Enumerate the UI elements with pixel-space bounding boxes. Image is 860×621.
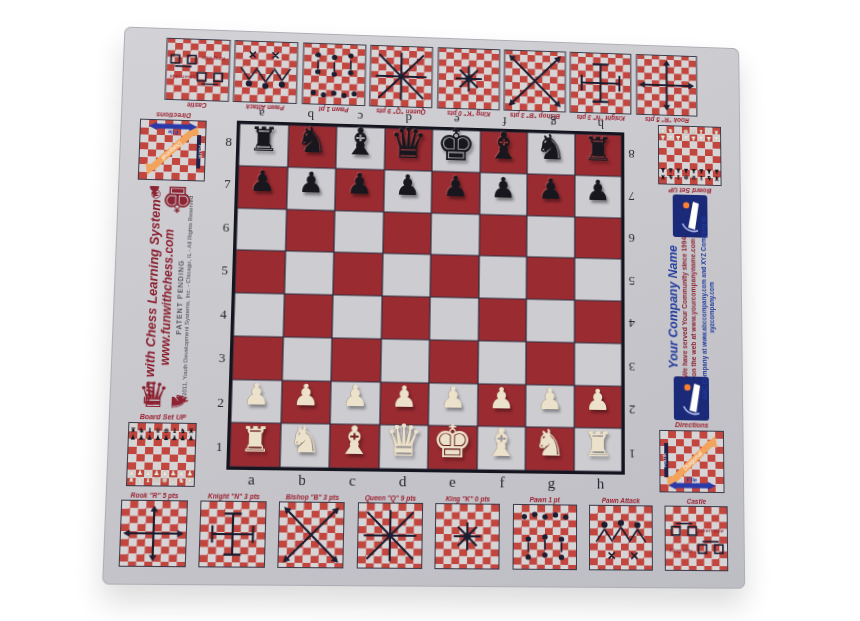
chess-learning-board: CastleQueen sideKing sidePawn AttackPawn… xyxy=(102,27,745,589)
right-border: Board Set UP ♜♞♝♛♚♝♞♜♟♟♟♟♟♟♟♟♟♟♟♟♟♟♟♟♜♞♝… xyxy=(643,124,739,493)
white-king-piece[interactable]: ♚ xyxy=(432,419,473,465)
board-setup-diagram: ♜♞♝♛♚♝♞♜♟♟♟♟♟♟♟♟♟♟♟♟♟♟♟♟♜♞♝♛♚♝♞♜ xyxy=(658,125,722,186)
panel-label: Knight "N" 3 pts xyxy=(208,491,260,501)
black-bishop-piece[interactable]: ♝ xyxy=(343,123,378,161)
black-pawn-piece[interactable]: ♟ xyxy=(395,171,421,200)
file-label-h: h xyxy=(576,474,625,494)
file-label-b: b xyxy=(277,470,328,490)
black-pawn-piece[interactable]: ♟ xyxy=(490,173,516,202)
panel-movement-diagram xyxy=(198,501,266,568)
square-b3[interactable] xyxy=(282,337,332,381)
square-h8[interactable]: ♜ xyxy=(574,134,621,176)
panel-label: King "K" 0 pts xyxy=(446,494,491,504)
svg-text:Queen side: Queen side xyxy=(696,527,725,533)
panel-movement-diagram xyxy=(570,52,632,115)
panel-bishop-moves-bottom: Bishop "B" 3 pts xyxy=(273,492,351,582)
square-h5[interactable] xyxy=(574,258,622,301)
bottom-panel-strip: Rook "R" 5 ptsKnight "N" 3 ptsBishop "B"… xyxy=(113,490,734,584)
square-b4[interactable] xyxy=(283,294,333,338)
square-h2[interactable]: ♟ xyxy=(574,385,622,429)
play-area: abcdefgh 87654321 ♜♞♝♛♚♝♞♜♟♟♟♟♟♟♟♟♟♟♟♟♟♟… xyxy=(210,106,640,495)
file-label-e: e xyxy=(427,472,477,492)
svg-text:King side: King side xyxy=(202,55,225,62)
panel-label: Castle xyxy=(687,497,706,506)
square-h3[interactable] xyxy=(574,342,622,385)
panel-movement-diagram xyxy=(636,54,697,117)
square-e6[interactable] xyxy=(431,213,479,256)
square-d5[interactable] xyxy=(382,254,431,297)
rank-label-4: 4 xyxy=(625,301,640,344)
panel-label: Bishop "B" 3 pts xyxy=(286,492,339,502)
svg-text:Rank: Rank xyxy=(197,145,204,159)
rank-labels-right: 87654321 xyxy=(624,132,639,474)
rank-label-7: 7 xyxy=(624,174,639,216)
panel-movement-diagram xyxy=(302,42,367,106)
panel-movement-diagram xyxy=(512,504,577,570)
file-label-f: f xyxy=(477,473,527,493)
panel-movement-diagram xyxy=(234,40,299,104)
directions-label: Directions xyxy=(675,420,709,431)
square-e8[interactable]: ♚ xyxy=(432,130,480,173)
square-h7[interactable]: ♟ xyxy=(574,175,621,218)
rank-label-3: 3 xyxy=(214,336,231,380)
photo-background: CastleQueen sideKing sidePawn AttackPawn… xyxy=(0,0,860,621)
square-d4[interactable] xyxy=(381,296,430,340)
rank-label-5: 5 xyxy=(216,249,233,293)
square-c8[interactable]: ♝ xyxy=(336,127,385,170)
rank-label-1: 1 xyxy=(625,431,640,475)
square-a2[interactable]: ♟ xyxy=(231,379,282,423)
white-bishop-piece[interactable]: ♝ xyxy=(484,423,518,462)
square-f4[interactable] xyxy=(478,298,526,341)
square-b5[interactable] xyxy=(284,251,334,295)
white-pawn-piece[interactable]: ♟ xyxy=(440,384,466,414)
black-pawn-piece[interactable]: ♟ xyxy=(346,169,372,198)
black-queen-piece[interactable]: ♛ xyxy=(389,122,428,165)
black-pawn-piece[interactable]: ♟ xyxy=(585,176,610,205)
square-b8[interactable]: ♞ xyxy=(287,125,336,168)
left-border: DiagonalFileRank Directions ♚♟ Fun with … xyxy=(111,108,221,487)
chess-board-grid: ♜♞♝♛♚♝♞♜♟♟♟♟♟♟♟♟♟♟♟♟♟♟♟♟♜♞♝♛♚♝♞♜ xyxy=(226,121,625,475)
square-g4[interactable] xyxy=(526,299,574,342)
square-d8[interactable]: ♛ xyxy=(384,128,433,171)
panel-label: Rook "R" 5 pts xyxy=(130,490,178,500)
white-knight-piece[interactable]: ♞ xyxy=(533,425,565,462)
rank-label-2: 2 xyxy=(212,380,229,425)
file-label-g: g xyxy=(527,473,576,493)
file-labels-bottom: abcdefgh xyxy=(226,470,625,494)
panel-movement-diagram xyxy=(356,502,422,569)
square-e4[interactable] xyxy=(430,297,479,341)
rank-label-8: 8 xyxy=(221,120,237,163)
square-f1[interactable]: ♝ xyxy=(477,426,526,470)
square-c7[interactable]: ♟ xyxy=(335,168,384,211)
square-e7[interactable]: ♟ xyxy=(431,171,479,214)
square-f3[interactable] xyxy=(477,341,526,385)
square-f5[interactable] xyxy=(478,256,526,299)
square-h1[interactable]: ♜ xyxy=(574,428,622,472)
company-tagline: on the web at www.yourcompanyname.com xyxy=(688,195,698,421)
square-c1[interactable]: ♝ xyxy=(329,424,379,468)
company-partners: ABC Company at www.abccompany.com and XY… xyxy=(699,195,716,421)
svg-text:Rank: Rank xyxy=(661,453,667,467)
panel-castle-top: CastleQueen sideKing side xyxy=(164,33,232,111)
square-b7[interactable]: ♟ xyxy=(286,167,336,210)
board-setup-left: Board Set UP ♜♞♝♛♚♝♞♜♟♟♟♟♟♟♟♟♟♟♟♟♟♟♟♟♜♞♝… xyxy=(126,412,197,487)
square-d1[interactable]: ♛ xyxy=(379,425,429,469)
knight-silhouette-icon: ♞ xyxy=(167,391,190,412)
panel-king-moves-top: King "K" 0 pts xyxy=(436,42,501,119)
panel-queen-moves-bottom: Queen "Q" 9 pts xyxy=(351,493,427,583)
panel-rook-moves-bottom: Rook "R" 5 pts xyxy=(113,490,193,581)
file-label-c: c xyxy=(327,471,378,491)
black-rook-piece[interactable]: ♜ xyxy=(248,122,279,156)
square-a1[interactable]: ♜ xyxy=(229,423,280,468)
panel-castle-bottom: CastleQueen sideKing side xyxy=(660,496,733,584)
panel-king-moves-bottom: King "K" 0 pts xyxy=(430,494,505,583)
panel-movement-diagram xyxy=(437,47,500,110)
black-pawn-piece[interactable]: ♟ xyxy=(443,172,469,201)
panel-label: Rook "R" 5 pts xyxy=(645,115,689,125)
square-g5[interactable] xyxy=(526,257,574,300)
black-knight-piece[interactable]: ♞ xyxy=(296,123,329,159)
panel-rook-moves-top: Rook "R" 5 pts xyxy=(635,49,698,125)
black-pawn-piece[interactable]: ♟ xyxy=(249,167,276,196)
black-pawn-piece[interactable]: ♟ xyxy=(538,175,563,204)
setup-row: ♟♟♟♟♟♟♟♟ xyxy=(659,166,720,174)
panel-knight-moves-bottom: Knight "N" 3 pts xyxy=(193,491,272,581)
panel-pawn-attack-top: Pawn Attack xyxy=(233,35,300,113)
square-a7[interactable]: ♟ xyxy=(237,165,287,208)
panel-pawn-moves-top: Pawn 1 pt xyxy=(301,38,367,115)
white-pawn-piece[interactable]: ♟ xyxy=(391,383,418,413)
board-setup-right: Board Set UP ♜♞♝♛♚♝♞♜♟♟♟♟♟♟♟♟♟♟♟♟♟♟♟♟♜♞♝… xyxy=(658,125,722,196)
panel-label: Queen "Q" 9 pts xyxy=(365,493,416,503)
square-a5[interactable] xyxy=(235,250,285,294)
rank-label-6: 6 xyxy=(624,216,639,259)
square-f6[interactable] xyxy=(479,214,527,257)
rank-label-7: 7 xyxy=(219,163,235,206)
board-setup-label: Board Set UP xyxy=(668,185,711,196)
square-c6[interactable] xyxy=(334,210,383,253)
square-g6[interactable] xyxy=(527,215,575,258)
square-d6[interactable] xyxy=(382,211,431,254)
panel-movement-diagram xyxy=(370,45,434,108)
directions-panel-bottom: Directions DiagonalFileRank xyxy=(659,420,724,493)
white-pawn-piece[interactable]: ♟ xyxy=(292,381,319,411)
company-name: Your Company Name xyxy=(665,194,681,420)
panel-bishop-moves-top: Bishop "B" 3 pts xyxy=(503,45,567,121)
panel-label: Pawn Attack xyxy=(602,496,640,506)
square-c3[interactable] xyxy=(331,338,381,382)
black-king-piece[interactable]: ♚ xyxy=(436,123,476,168)
panel-movement-diagram xyxy=(435,503,501,570)
square-d3[interactable] xyxy=(380,339,429,383)
panel-pawn-moves-bottom: Pawn 1 pt xyxy=(507,495,581,584)
panel-queen-moves-top: Queen "Q" 9 pts xyxy=(369,40,434,117)
black-rook-piece[interactable]: ♜ xyxy=(583,133,613,167)
panel-movement-diagram xyxy=(589,505,653,571)
square-h4[interactable] xyxy=(574,300,622,343)
white-pawn-piece[interactable]: ♟ xyxy=(585,386,611,415)
square-b6[interactable] xyxy=(285,209,335,252)
black-bishop-piece[interactable]: ♝ xyxy=(487,128,521,166)
rank-label-6: 6 xyxy=(218,206,235,250)
white-knight-piece[interactable]: ♞ xyxy=(288,421,322,458)
directions-diagram: DiagonalFileRank xyxy=(659,430,724,493)
square-c4[interactable] xyxy=(332,295,382,339)
rank-label-2: 2 xyxy=(625,387,640,431)
panel-label: Castle xyxy=(187,101,207,110)
square-a4[interactable] xyxy=(233,293,284,337)
white-rook-piece[interactable]: ♜ xyxy=(239,421,271,456)
white-pawn-piece[interactable]: ♟ xyxy=(243,380,270,410)
square-e5[interactable] xyxy=(430,255,479,298)
rank-label-4: 4 xyxy=(215,292,232,336)
square-h6[interactable] xyxy=(574,216,621,259)
square-g7[interactable]: ♟ xyxy=(527,174,575,217)
svg-text:Diagonal: Diagonal xyxy=(681,449,703,471)
setup-row: ♜♞♝♛♚♝♞♜ xyxy=(659,127,720,136)
square-g8[interactable]: ♞ xyxy=(527,132,574,175)
square-g1[interactable]: ♞ xyxy=(525,427,574,471)
square-c5[interactable] xyxy=(333,252,382,296)
square-a3[interactable] xyxy=(232,336,283,380)
square-e3[interactable] xyxy=(429,340,478,384)
file-label-a: a xyxy=(226,470,277,490)
svg-text:Queen side: Queen side xyxy=(170,74,199,81)
panel-pawn-attack-bottom: Pawn Attack xyxy=(584,496,657,585)
square-g3[interactable] xyxy=(526,341,574,385)
white-pawn-piece[interactable]: ♟ xyxy=(342,382,369,412)
setup-row: ♜♞♝♛♚♝♞♜ xyxy=(127,477,194,485)
square-a6[interactable] xyxy=(236,208,286,252)
svg-text:File: File xyxy=(167,129,178,135)
square-a8[interactable]: ♜ xyxy=(239,124,289,167)
square-f8[interactable]: ♝ xyxy=(480,131,528,174)
rank-label-8: 8 xyxy=(624,132,639,174)
square-d7[interactable]: ♟ xyxy=(383,170,432,213)
square-f7[interactable]: ♟ xyxy=(479,172,527,215)
panel-movement-diagram xyxy=(504,49,566,112)
square-e1[interactable]: ♚ xyxy=(428,426,477,470)
white-pawn-piece[interactable]: ♟ xyxy=(488,384,514,414)
white-queen-piece[interactable]: ♛ xyxy=(384,419,424,463)
setup-row: ♟♟♟♟♟♟♟♟ xyxy=(129,434,196,442)
white-pawn-piece[interactable]: ♟ xyxy=(537,385,563,415)
directions-panel-top: DiagonalFileRank Directions xyxy=(138,109,207,182)
directions-diagram: DiagonalFileRank xyxy=(138,119,207,182)
panel-movement-diagram: Queen sideKing side xyxy=(665,506,729,572)
square-b1[interactable]: ♞ xyxy=(279,423,330,467)
panel-knight-moves-top: Knight "N" 3 pts xyxy=(569,47,632,123)
rank-label-1: 1 xyxy=(211,425,228,470)
black-pawn-piece[interactable]: ♟ xyxy=(298,168,325,197)
white-bishop-piece[interactable]: ♝ xyxy=(337,421,372,460)
black-knight-piece[interactable]: ♞ xyxy=(535,130,567,166)
panel-movement-diagram xyxy=(118,500,187,568)
board-setup-diagram: ♜♞♝♛♚♝♞♜♟♟♟♟♟♟♟♟♟♟♟♟♟♟♟♟♜♞♝♛♚♝♞♜ xyxy=(126,422,197,487)
rank-label-5: 5 xyxy=(624,259,639,302)
file-label-d: d xyxy=(377,472,427,492)
panel-label: Pawn 1 pt xyxy=(529,495,559,505)
panel-movement-diagram: Queen sideKing side xyxy=(165,38,231,102)
panel-movement-diagram xyxy=(278,501,345,568)
rank-label-3: 3 xyxy=(625,344,640,387)
svg-text:King side: King side xyxy=(670,548,693,554)
svg-text:File: File xyxy=(687,476,698,482)
white-rook-piece[interactable]: ♜ xyxy=(583,426,613,461)
svg-text:Diagonal: Diagonal xyxy=(160,140,183,161)
